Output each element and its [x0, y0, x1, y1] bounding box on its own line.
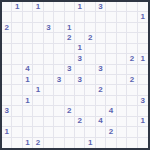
- clue-cell: 3: [75, 54, 85, 64]
- empty-cell[interactable]: [106, 75, 116, 85]
- clue-cell: 1: [12, 2, 22, 12]
- empty-cell[interactable]: [54, 138, 64, 148]
- empty-cell[interactable]: [127, 23, 137, 33]
- empty-cell[interactable]: [12, 65, 22, 75]
- empty-cell[interactable]: [138, 44, 148, 54]
- empty-cell[interactable]: [44, 33, 54, 43]
- empty-cell[interactable]: [96, 75, 106, 85]
- empty-cell[interactable]: [96, 23, 106, 33]
- empty-cell[interactable]: [65, 138, 75, 148]
- empty-cell[interactable]: [33, 33, 43, 43]
- clue-cell: 1: [138, 54, 148, 64]
- clue-cell: 1: [23, 96, 33, 106]
- empty-cell[interactable]: [85, 75, 95, 85]
- clue-cell: 2: [75, 117, 85, 127]
- clue-cell: 4: [96, 117, 106, 127]
- empty-cell[interactable]: [12, 54, 22, 64]
- clue-cell: 1: [65, 23, 75, 33]
- clue-cell: 1: [85, 138, 95, 148]
- empty-cell[interactable]: [23, 2, 33, 12]
- empty-cell[interactable]: [65, 2, 75, 12]
- empty-cell[interactable]: [44, 127, 54, 137]
- empty-cell[interactable]: [23, 117, 33, 127]
- empty-cell[interactable]: [117, 54, 127, 64]
- empty-cell[interactable]: [2, 33, 12, 43]
- empty-cell[interactable]: [117, 96, 127, 106]
- empty-cell[interactable]: [106, 117, 116, 127]
- empty-cell[interactable]: [12, 33, 22, 43]
- empty-cell[interactable]: [106, 138, 116, 148]
- empty-cell[interactable]: [75, 138, 85, 148]
- empty-cell[interactable]: [85, 12, 95, 22]
- empty-cell[interactable]: [54, 106, 64, 116]
- empty-cell[interactable]: [2, 54, 12, 64]
- empty-cell[interactable]: [96, 138, 106, 148]
- empty-cell[interactable]: [54, 12, 64, 22]
- empty-cell[interactable]: [44, 54, 54, 64]
- empty-cell[interactable]: [44, 106, 54, 116]
- empty-cell[interactable]: [65, 127, 75, 137]
- empty-cell[interactable]: [127, 33, 137, 43]
- empty-cell[interactable]: [65, 117, 75, 127]
- empty-cell[interactable]: [138, 138, 148, 148]
- empty-cell[interactable]: [12, 117, 22, 127]
- clue-cell: 3: [138, 96, 148, 106]
- empty-cell[interactable]: [127, 96, 137, 106]
- empty-cell[interactable]: [138, 23, 148, 33]
- empty-cell[interactable]: [12, 106, 22, 116]
- empty-cell[interactable]: [85, 54, 95, 64]
- empty-cell[interactable]: [44, 65, 54, 75]
- empty-cell[interactable]: [117, 138, 127, 148]
- empty-cell[interactable]: [44, 12, 54, 22]
- empty-cell[interactable]: [54, 2, 64, 12]
- empty-cell[interactable]: [12, 85, 22, 95]
- empty-cell[interactable]: [33, 12, 43, 22]
- empty-cell[interactable]: [2, 65, 12, 75]
- empty-cell[interactable]: [54, 33, 64, 43]
- empty-cell[interactable]: [85, 23, 95, 33]
- clue-cell: 3: [54, 75, 64, 85]
- empty-cell[interactable]: [106, 96, 116, 106]
- empty-cell[interactable]: [106, 44, 116, 54]
- empty-cell[interactable]: [65, 75, 75, 85]
- empty-cell[interactable]: [127, 117, 137, 127]
- empty-cell[interactable]: [75, 65, 85, 75]
- clue-cell: 1: [75, 2, 85, 12]
- empty-cell[interactable]: [23, 106, 33, 116]
- clue-cell: 4: [106, 106, 116, 116]
- empty-cell[interactable]: [2, 12, 12, 22]
- clue-cell: 2: [106, 127, 116, 137]
- empty-cell[interactable]: [65, 54, 75, 64]
- empty-cell[interactable]: [117, 75, 127, 85]
- empty-cell[interactable]: [138, 85, 148, 95]
- empty-cell[interactable]: [23, 33, 33, 43]
- clue-cell: 1: [75, 44, 85, 54]
- empty-cell[interactable]: [75, 23, 85, 33]
- empty-cell[interactable]: [85, 44, 95, 54]
- empty-cell[interactable]: [75, 96, 85, 106]
- empty-cell[interactable]: [96, 106, 106, 116]
- empty-cell[interactable]: [117, 106, 127, 116]
- empty-cell[interactable]: [127, 138, 137, 148]
- empty-cell[interactable]: [85, 65, 95, 75]
- empty-cell[interactable]: [12, 23, 22, 33]
- empty-cell[interactable]: [127, 65, 137, 75]
- empty-cell[interactable]: [12, 127, 22, 137]
- empty-cell[interactable]: [44, 75, 54, 85]
- empty-cell[interactable]: [96, 12, 106, 22]
- clue-cell: 1: [23, 75, 33, 85]
- empty-cell[interactable]: [12, 75, 22, 85]
- minesweeper-board: 111312312213214331332121332424112121: [0, 0, 150, 150]
- empty-cell[interactable]: [75, 127, 85, 137]
- empty-cell[interactable]: [23, 127, 33, 137]
- empty-cell[interactable]: [96, 44, 106, 54]
- empty-cell[interactable]: [23, 44, 33, 54]
- clue-cell: 2: [33, 138, 43, 148]
- clue-cell: 2: [127, 75, 137, 85]
- empty-cell[interactable]: [96, 54, 106, 64]
- empty-cell[interactable]: [117, 23, 127, 33]
- empty-cell[interactable]: [44, 44, 54, 54]
- empty-cell[interactable]: [117, 12, 127, 22]
- empty-cell[interactable]: [85, 96, 95, 106]
- clue-cell: 3: [96, 2, 106, 12]
- clue-cell: 1: [33, 85, 43, 95]
- empty-cell[interactable]: [65, 12, 75, 22]
- empty-cell[interactable]: [33, 106, 43, 116]
- empty-cell[interactable]: [54, 85, 64, 95]
- empty-cell[interactable]: [33, 54, 43, 64]
- clue-cell: 3: [96, 65, 106, 75]
- empty-cell[interactable]: [65, 96, 75, 106]
- empty-cell[interactable]: [23, 12, 33, 22]
- empty-cell[interactable]: [33, 65, 43, 75]
- empty-cell[interactable]: [2, 96, 12, 106]
- clue-cell: 1: [2, 127, 12, 137]
- empty-cell[interactable]: [106, 12, 116, 22]
- clue-cell: 3: [75, 75, 85, 85]
- empty-cell[interactable]: [138, 33, 148, 43]
- empty-cell[interactable]: [127, 106, 137, 116]
- empty-cell[interactable]: [85, 106, 95, 116]
- empty-cell[interactable]: [85, 2, 95, 12]
- clue-cell: 2: [85, 33, 95, 43]
- clue-cell: 2: [65, 106, 75, 116]
- empty-cell[interactable]: [44, 117, 54, 127]
- empty-cell[interactable]: [117, 117, 127, 127]
- empty-cell[interactable]: [75, 85, 85, 95]
- empty-cell[interactable]: [127, 2, 137, 12]
- empty-cell[interactable]: [106, 23, 116, 33]
- clue-cell: 3: [2, 106, 12, 116]
- empty-cell[interactable]: [44, 96, 54, 106]
- clue-cell: 3: [65, 65, 75, 75]
- clue-cell: 2: [2, 23, 12, 33]
- empty-cell[interactable]: [33, 23, 43, 33]
- empty-cell[interactable]: [106, 65, 116, 75]
- clue-cell: 1: [23, 138, 33, 148]
- empty-cell[interactable]: [54, 96, 64, 106]
- empty-cell[interactable]: [2, 85, 12, 95]
- empty-cell[interactable]: [54, 44, 64, 54]
- empty-cell[interactable]: [33, 75, 43, 85]
- empty-cell[interactable]: [138, 2, 148, 12]
- empty-cell[interactable]: [117, 33, 127, 43]
- empty-cell[interactable]: [33, 117, 43, 127]
- empty-cell[interactable]: [75, 12, 85, 22]
- clue-cell: 4: [23, 65, 33, 75]
- empty-cell[interactable]: [54, 127, 64, 137]
- empty-cell[interactable]: [44, 85, 54, 95]
- empty-cell[interactable]: [106, 33, 116, 43]
- empty-cell[interactable]: [54, 54, 64, 64]
- empty-cell[interactable]: [2, 2, 12, 12]
- empty-cell[interactable]: [33, 44, 43, 54]
- empty-cell[interactable]: [2, 44, 12, 54]
- empty-cell[interactable]: [44, 138, 54, 148]
- empty-cell[interactable]: [117, 2, 127, 12]
- empty-cell[interactable]: [117, 85, 127, 95]
- empty-cell[interactable]: [127, 44, 137, 54]
- empty-cell[interactable]: [54, 117, 64, 127]
- empty-cell[interactable]: [75, 106, 85, 116]
- empty-cell[interactable]: [117, 44, 127, 54]
- minesweeper-puzzle: 111312312213214331332121332424112121: [0, 0, 150, 150]
- empty-cell[interactable]: [85, 117, 95, 127]
- empty-cell[interactable]: [54, 23, 64, 33]
- empty-cell[interactable]: [65, 44, 75, 54]
- empty-cell[interactable]: [12, 96, 22, 106]
- empty-cell[interactable]: [127, 85, 137, 95]
- clue-cell: 2: [65, 33, 75, 43]
- empty-cell[interactable]: [106, 85, 116, 95]
- empty-cell[interactable]: [138, 106, 148, 116]
- empty-cell[interactable]: [12, 44, 22, 54]
- empty-cell[interactable]: [96, 96, 106, 106]
- empty-cell[interactable]: [2, 138, 12, 148]
- empty-cell[interactable]: [54, 65, 64, 75]
- empty-cell[interactable]: [85, 85, 95, 95]
- empty-cell[interactable]: [33, 96, 43, 106]
- empty-cell[interactable]: [96, 33, 106, 43]
- clue-cell: 2: [127, 54, 137, 64]
- empty-cell[interactable]: [75, 33, 85, 43]
- empty-cell[interactable]: [23, 23, 33, 33]
- empty-cell[interactable]: [65, 85, 75, 95]
- clue-cell: 2: [96, 85, 106, 95]
- empty-cell[interactable]: [2, 75, 12, 85]
- clue-cell: 1: [138, 12, 148, 22]
- empty-cell[interactable]: [106, 54, 116, 64]
- empty-cell[interactable]: [138, 75, 148, 85]
- empty-cell[interactable]: [12, 12, 22, 22]
- clue-cell: 1: [33, 2, 43, 12]
- empty-cell[interactable]: [106, 2, 116, 12]
- empty-cell[interactable]: [44, 2, 54, 12]
- empty-cell[interactable]: [85, 127, 95, 137]
- empty-cell[interactable]: [138, 65, 148, 75]
- empty-cell[interactable]: [2, 117, 12, 127]
- empty-cell[interactable]: [23, 85, 33, 95]
- empty-cell[interactable]: [23, 54, 33, 64]
- empty-cell[interactable]: [117, 127, 127, 137]
- empty-cell[interactable]: [12, 138, 22, 148]
- empty-cell[interactable]: [33, 127, 43, 137]
- clue-cell: 3: [44, 23, 54, 33]
- empty-cell[interactable]: [96, 127, 106, 137]
- empty-cell[interactable]: [127, 127, 137, 137]
- empty-cell[interactable]: [117, 65, 127, 75]
- clue-cell: 1: [138, 117, 148, 127]
- empty-cell[interactable]: [127, 12, 137, 22]
- empty-cell[interactable]: [138, 127, 148, 137]
